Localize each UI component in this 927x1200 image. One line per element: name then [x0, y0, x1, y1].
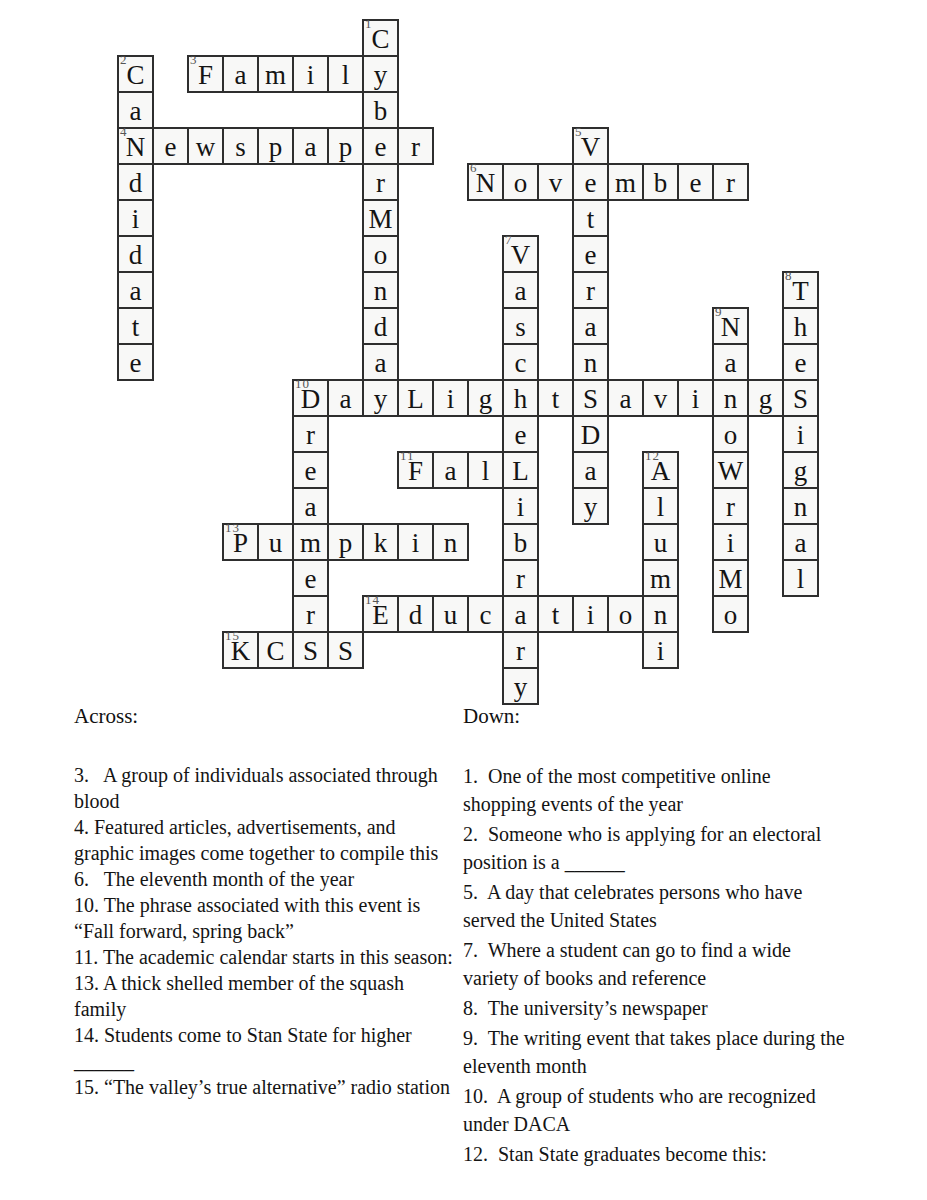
grid-cell-r10c16: i	[677, 379, 714, 417]
cell-letter: C	[266, 636, 284, 665]
grid-cell-r0c7: 1C	[362, 19, 399, 57]
crossword-page: { "game": "crossword", "title": "Stan St…	[0, 0, 927, 1200]
cell-letter: e	[130, 348, 142, 377]
cell-letter: b	[654, 168, 668, 197]
clue-number-2: 2	[120, 53, 128, 66]
across-clues-list: 3. A group of individuals associated thr…	[74, 762, 456, 1100]
cell-letter: g	[479, 384, 493, 413]
grid-cell-r10c13: S	[572, 379, 609, 417]
grid-cell-r4c16: e	[677, 163, 714, 201]
grid-cell-r16c9: u	[432, 595, 469, 633]
cell-letter: M	[718, 564, 742, 593]
cell-letter: n	[374, 276, 388, 305]
grid-cell-r7c19: 8T	[782, 271, 819, 309]
grid-cell-r6c7: o	[362, 235, 399, 273]
across-header: Across:	[74, 704, 456, 728]
grid-cell-r9c0: e	[117, 343, 154, 381]
grid-cell-r16c8: d	[397, 595, 434, 633]
clue-number-8: 8	[785, 269, 793, 282]
grid-cell-r9c17: a	[712, 343, 749, 381]
grid-cell-r3c1: e	[152, 127, 189, 165]
cell-letter: i	[307, 60, 315, 89]
grid-cell-r17c6: S	[327, 631, 364, 669]
grid-cell-r11c19: i	[782, 415, 819, 453]
cell-letter: N	[476, 168, 496, 197]
grid-cell-r11c5: r	[292, 415, 329, 453]
grid-cell-r15c19: l	[782, 559, 819, 597]
grid-cell-r10c9: i	[432, 379, 469, 417]
clue-number-3: 3	[190, 53, 198, 66]
cell-letter: L	[407, 384, 424, 413]
grid-cell-r13c19: n	[782, 487, 819, 525]
grid-cell-r13c15: l	[642, 487, 679, 525]
cell-letter: l	[342, 60, 350, 89]
down-clues-section: Down: 1. One of the most competitive onl…	[463, 704, 845, 1170]
clue-number-9: 9	[715, 305, 723, 318]
grid-cell-r4c11: o	[502, 163, 539, 201]
grid-cell-r12c8: 11F	[397, 451, 434, 489]
cell-letter: S	[793, 384, 808, 413]
across-clues-section: Across: 3. A group of individuals associ…	[74, 704, 456, 1100]
grid-cell-r10c8: L	[397, 379, 434, 417]
grid-cell-r4c0: d	[117, 163, 154, 201]
grid-cell-r14c17: i	[712, 523, 749, 561]
clue-number-11: 11	[400, 449, 415, 462]
cell-letter: a	[620, 384, 632, 413]
cell-letter: C	[126, 60, 144, 89]
grid-cell-r14c8: i	[397, 523, 434, 561]
down-clue-10: 10. A group of students who are recogniz…	[463, 1082, 845, 1138]
grid-cell-r1c7: y	[362, 55, 399, 93]
cell-letter: n	[444, 528, 458, 557]
grid-cell-r10c19: S	[782, 379, 819, 417]
cell-letter: r	[516, 564, 525, 593]
cell-letter: r	[306, 420, 315, 449]
clue-number-4: 4	[120, 125, 128, 138]
cell-letter: a	[585, 456, 597, 485]
grid-cell-r14c5: m	[292, 523, 329, 561]
grid-cell-r17c15: i	[642, 631, 679, 669]
cell-letter: u	[444, 600, 458, 629]
grid-cell-r12c10: l	[467, 451, 504, 489]
cell-letter: d	[129, 168, 143, 197]
grid-cell-r12c15: 12A	[642, 451, 679, 489]
cell-letter: i	[587, 600, 595, 629]
grid-cell-r1c3: a	[222, 55, 259, 93]
grid-cell-r8c13: a	[572, 307, 609, 345]
grid-cell-r16c5: r	[292, 595, 329, 633]
cell-letter: t	[552, 384, 560, 413]
cell-letter: m	[265, 60, 286, 89]
grid-cell-r1c0: 2C	[117, 55, 154, 93]
grid-cell-r10c18: g	[747, 379, 784, 417]
cell-letter: i	[692, 384, 700, 413]
grid-cell-r1c5: i	[292, 55, 329, 93]
grid-cell-r2c7: b	[362, 91, 399, 129]
cell-letter: a	[130, 96, 142, 125]
clue-number-14: 14	[365, 593, 380, 606]
cell-letter: e	[690, 168, 702, 197]
cell-letter: a	[795, 528, 807, 557]
cell-letter: a	[445, 456, 457, 485]
cell-letter: i	[447, 384, 455, 413]
cell-letter: b	[514, 528, 528, 557]
cell-letter: r	[516, 636, 525, 665]
cell-letter: p	[339, 132, 353, 161]
cell-letter: r	[726, 168, 735, 197]
cell-letter: e	[305, 456, 317, 485]
down-clue-8: 8. The university’s newspaper	[463, 994, 845, 1022]
cell-letter: L	[512, 456, 529, 485]
grid-cell-r16c10: c	[467, 595, 504, 633]
grid-cell-r10c6: a	[327, 379, 364, 417]
cell-letter: d	[129, 240, 143, 269]
grid-cell-r6c0: d	[117, 235, 154, 273]
grid-cell-r6c13: e	[572, 235, 609, 273]
grid-cell-r1c6: l	[327, 55, 364, 93]
cell-letter: a	[375, 348, 387, 377]
grid-cell-r15c5: e	[292, 559, 329, 597]
across-clue-11: 11. The academic calendar starts in this…	[74, 944, 456, 970]
grid-cell-r10c17: n	[712, 379, 749, 417]
cell-letter: i	[797, 420, 805, 449]
down-clue-9: 9. The writing event that takes place du…	[463, 1024, 845, 1080]
cell-letter: e	[585, 168, 597, 197]
cell-letter: l	[797, 564, 805, 593]
grid-cell-r16c14: o	[607, 595, 644, 633]
clue-number-6: 6	[470, 161, 478, 174]
cell-letter: N	[126, 132, 146, 161]
cell-letter: r	[376, 168, 385, 197]
grid-cell-r14c19: a	[782, 523, 819, 561]
across-clue-14: 14. Students come to Stan State for high…	[74, 1022, 456, 1074]
cell-letter: S	[303, 636, 318, 665]
cell-letter: y	[374, 384, 388, 413]
cell-letter: e	[375, 132, 387, 161]
grid-cell-r4c17: r	[712, 163, 749, 201]
cell-letter: s	[515, 312, 526, 341]
grid-cell-r12c9: a	[432, 451, 469, 489]
cell-letter: c	[515, 348, 527, 377]
cell-letter: u	[269, 528, 283, 557]
cell-letter: y	[584, 492, 598, 521]
grid-cell-r11c17: o	[712, 415, 749, 453]
grid-cell-r9c11: c	[502, 343, 539, 381]
cell-letter: t	[132, 312, 140, 341]
grid-cell-r13c5: a	[292, 487, 329, 525]
cell-letter: o	[619, 600, 633, 629]
grid-cell-r10c7: y	[362, 379, 399, 417]
cell-letter: o	[374, 240, 388, 269]
grid-cell-r15c11: r	[502, 559, 539, 597]
grid-cell-r12c19: g	[782, 451, 819, 489]
grid-cell-r5c13: t	[572, 199, 609, 237]
cell-letter: M	[368, 204, 392, 233]
grid-cell-r16c12: t	[537, 595, 574, 633]
grid-cell-r3c8: r	[397, 127, 434, 165]
clue-number-15: 15	[225, 629, 240, 642]
clue-number-1: 1	[365, 17, 373, 30]
cell-letter: c	[480, 600, 492, 629]
across-clue-6: 6. The eleventh month of the year	[74, 866, 456, 892]
cell-letter: a	[305, 132, 317, 161]
cell-letter: g	[759, 384, 773, 413]
grid-cell-r10c14: a	[607, 379, 644, 417]
grid-cell-r8c7: d	[362, 307, 399, 345]
grid-cell-r7c0: a	[117, 271, 154, 309]
cell-letter: p	[269, 132, 283, 161]
grid-cell-r3c4: p	[257, 127, 294, 165]
across-clue-15: 15. “The valley’s true alternative” radi…	[74, 1074, 456, 1100]
grid-cell-r14c4: u	[257, 523, 294, 561]
cell-letter: n	[654, 600, 668, 629]
cell-letter: n	[584, 348, 598, 377]
grid-cell-r9c7: a	[362, 343, 399, 381]
cell-letter: y	[374, 60, 388, 89]
cell-letter: d	[374, 312, 388, 341]
cell-letter: a	[515, 600, 527, 629]
cell-letter: u	[654, 528, 668, 557]
grid-cell-r13c13: y	[572, 487, 609, 525]
cell-letter: S	[338, 636, 353, 665]
cell-letter: r	[306, 600, 315, 629]
down-clue-2: 2. Someone who is applying for an electo…	[463, 820, 845, 876]
cell-letter: i	[517, 492, 525, 521]
cell-letter: i	[412, 528, 420, 557]
grid-cell-r1c4: m	[257, 55, 294, 93]
grid-cell-r17c3: 15K	[222, 631, 259, 669]
cell-letter: n	[794, 492, 808, 521]
cell-letter: t	[552, 600, 560, 629]
cell-letter: V	[511, 240, 531, 269]
cell-letter: a	[235, 60, 247, 89]
grid-cell-r9c13: n	[572, 343, 609, 381]
cell-letter: W	[718, 456, 743, 485]
grid-cell-r9c19: e	[782, 343, 819, 381]
cell-letter: N	[721, 312, 741, 341]
cell-letter: m	[650, 564, 671, 593]
grid-cell-r8c11: s	[502, 307, 539, 345]
down-clues-list: 1. One of the most competitive online sh…	[463, 762, 845, 1168]
cell-letter: T	[792, 276, 809, 305]
grid-cell-r14c11: b	[502, 523, 539, 561]
grid-cell-r4c13: e	[572, 163, 609, 201]
grid-cell-r11c13: D	[572, 415, 609, 453]
grid-cell-r3c0: 4N	[117, 127, 154, 165]
cell-letter: r	[411, 132, 420, 161]
cell-letter: F	[198, 60, 213, 89]
cell-letter: e	[165, 132, 177, 161]
grid-cell-r15c15: m	[642, 559, 679, 597]
cell-letter: t	[587, 204, 595, 233]
grid-cell-r12c13: a	[572, 451, 609, 489]
grid-cell-r3c3: s	[222, 127, 259, 165]
cell-letter: h	[794, 312, 808, 341]
grid-cell-r4c14: m	[607, 163, 644, 201]
cell-letter: C	[371, 24, 389, 53]
grid-cell-r11c11: e	[502, 415, 539, 453]
clue-number-13: 13	[225, 521, 240, 534]
down-clue-1: 1. One of the most competitive online sh…	[463, 762, 845, 818]
grid-cell-r17c11: r	[502, 631, 539, 669]
cell-letter: o	[514, 168, 528, 197]
cell-letter: w	[196, 132, 216, 161]
grid-cell-r3c2: w	[187, 127, 224, 165]
cell-letter: i	[132, 204, 140, 233]
grid-cell-r7c11: a	[502, 271, 539, 309]
cell-letter: s	[235, 132, 246, 161]
cell-letter: a	[305, 492, 317, 521]
grid-cell-r16c7: 14E	[362, 595, 399, 633]
grid-cell-r4c7: r	[362, 163, 399, 201]
cell-letter: v	[654, 384, 668, 413]
cell-letter: v	[549, 168, 563, 197]
grid-cell-r8c0: t	[117, 307, 154, 345]
cell-letter: e	[585, 240, 597, 269]
grid-cell-r1c2: 3F	[187, 55, 224, 93]
cell-letter: n	[724, 384, 738, 413]
cell-letter: a	[340, 384, 352, 413]
grid-cell-r10c5: 10D	[292, 379, 329, 417]
grid-cell-r8c17: 9N	[712, 307, 749, 345]
grid-cell-r16c13: i	[572, 595, 609, 633]
cell-letter: l	[657, 492, 665, 521]
cell-letter: k	[374, 528, 388, 557]
cell-letter: y	[514, 672, 528, 701]
across-clue-13: 13. A thick shelled member of the squash…	[74, 970, 456, 1022]
grid-cell-r14c3: 13P	[222, 523, 259, 561]
grid-cell-r15c17: M	[712, 559, 749, 597]
cell-letter: a	[130, 276, 142, 305]
cell-letter: m	[300, 528, 321, 557]
grid-cell-r7c13: r	[572, 271, 609, 309]
grid-cell-r17c4: C	[257, 631, 294, 669]
cell-letter: V	[581, 132, 601, 161]
across-clue-10: 10. The phrase associated with this even…	[74, 892, 456, 944]
cell-letter: e	[515, 420, 527, 449]
grid-cell-r17c5: S	[292, 631, 329, 669]
grid-cell-r12c11: L	[502, 451, 539, 489]
grid-cell-r12c17: W	[712, 451, 749, 489]
cell-letter: m	[615, 168, 636, 197]
down-header: Down:	[463, 704, 845, 728]
grid-cell-r7c7: n	[362, 271, 399, 309]
grid-cell-r3c5: a	[292, 127, 329, 165]
cell-letter: a	[515, 276, 527, 305]
grid-cell-r14c7: k	[362, 523, 399, 561]
cell-letter: a	[725, 348, 737, 377]
grid-cell-r5c0: i	[117, 199, 154, 237]
cell-letter: i	[657, 636, 665, 665]
clue-number-5: 5	[575, 125, 583, 138]
cell-letter: d	[409, 600, 423, 629]
grid-cell-r14c6: p	[327, 523, 364, 561]
grid-cell-r13c11: i	[502, 487, 539, 525]
cell-letter: o	[724, 420, 738, 449]
across-clue-4: 4. Featured articles, advertisements, an…	[74, 814, 456, 866]
crossword-grid: 1C2C3Familyab4Newspaper5Vdr6NovemberiMtd…	[117, 19, 827, 709]
down-clue-12: 12. Stan State graduates become this:	[463, 1140, 845, 1168]
grid-cell-r3c13: 5V	[572, 127, 609, 165]
grid-cell-r10c12: t	[537, 379, 574, 417]
down-clue-5: 5. A day that celebrates persons who hav…	[463, 878, 845, 934]
grid-cell-r5c7: M	[362, 199, 399, 237]
cell-letter: e	[305, 564, 317, 593]
grid-cell-r10c10: g	[467, 379, 504, 417]
grid-cell-r18c11: y	[502, 667, 539, 705]
grid-cell-r12c5: e	[292, 451, 329, 489]
grid-cell-r8c19: h	[782, 307, 819, 345]
cell-letter: i	[727, 528, 735, 557]
cell-letter: b	[374, 96, 388, 125]
cell-letter: l	[482, 456, 490, 485]
down-clue-7: 7. Where a student can go to find a wide…	[463, 936, 845, 992]
cell-letter: S	[583, 384, 598, 413]
grid-cell-r10c15: v	[642, 379, 679, 417]
cell-letter: D	[581, 420, 601, 449]
grid-cell-r13c17: r	[712, 487, 749, 525]
grid-cell-r14c15: u	[642, 523, 679, 561]
grid-cell-r16c17: o	[712, 595, 749, 633]
grid-cell-r6c11: 7V	[502, 235, 539, 273]
cell-letter: r	[726, 492, 735, 521]
cell-letter: g	[794, 456, 808, 485]
grid-cell-r4c12: v	[537, 163, 574, 201]
grid-cell-r3c7: e	[362, 127, 399, 165]
cell-letter: a	[585, 312, 597, 341]
grid-cell-r4c15: b	[642, 163, 679, 201]
grid-cell-r10c11: h	[502, 379, 539, 417]
clue-number-10: 10	[295, 377, 310, 390]
cell-letter: o	[724, 600, 738, 629]
clue-number-12: 12	[645, 449, 660, 462]
cell-letter: p	[339, 528, 353, 557]
grid-cell-r3c6: p	[327, 127, 364, 165]
cell-letter: e	[795, 348, 807, 377]
cell-letter: r	[586, 276, 595, 305]
grid-cell-r16c15: n	[642, 595, 679, 633]
grid-cell-r16c11: a	[502, 595, 539, 633]
cell-letter: h	[514, 384, 528, 413]
grid-cell-r4c10: 6N	[467, 163, 504, 201]
clue-number-7: 7	[505, 233, 513, 246]
grid-cell-r14c9: n	[432, 523, 469, 561]
across-clue-3: 3. A group of individuals associated thr…	[74, 762, 456, 814]
